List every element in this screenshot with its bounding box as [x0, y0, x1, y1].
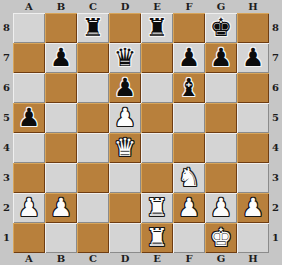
- square-b5[interactable]: [45, 103, 77, 133]
- black-pawn-b7: ♟: [50, 43, 72, 73]
- file-label-top-b: B: [45, 0, 77, 13]
- white-rook-e2: ♜: [146, 193, 168, 223]
- square-a2[interactable]: ♟: [13, 193, 45, 223]
- square-h3[interactable]: [237, 163, 269, 193]
- file-label-top-h: H: [237, 0, 269, 13]
- square-b1[interactable]: [45, 223, 77, 253]
- file-labels-bottom: ABCDEFGH: [13, 253, 269, 265]
- white-knight-f3: ♞: [178, 163, 200, 193]
- rank-label-left-1: 1: [0, 223, 13, 253]
- square-a3[interactable]: [13, 163, 45, 193]
- file-label-top-a: A: [13, 0, 45, 13]
- file-label-bottom-a: A: [13, 253, 45, 265]
- square-g7[interactable]: ♟: [205, 43, 237, 73]
- rank-label-left-7: 7: [0, 43, 13, 73]
- square-d8[interactable]: [109, 13, 141, 43]
- white-queen-d4: ♛: [114, 133, 136, 163]
- rank-label-right-5: 5: [269, 103, 282, 133]
- square-b8[interactable]: [45, 13, 77, 43]
- black-pawn-h7: ♟: [242, 43, 264, 73]
- rank-label-right-1: 1: [269, 223, 282, 253]
- square-h6[interactable]: [237, 73, 269, 103]
- square-g4[interactable]: [205, 133, 237, 163]
- square-d6[interactable]: ♟: [109, 73, 141, 103]
- white-pawn-h2: ♟: [242, 193, 264, 223]
- square-d4[interactable]: ♛: [109, 133, 141, 163]
- square-e7[interactable]: [141, 43, 173, 73]
- file-label-bottom-g: G: [205, 253, 237, 265]
- square-d7[interactable]: ♛: [109, 43, 141, 73]
- square-a5[interactable]: ♟: [13, 103, 45, 133]
- black-rook-e8: ♜: [146, 13, 168, 43]
- file-label-top-d: D: [109, 0, 141, 13]
- file-label-top-f: F: [173, 0, 205, 13]
- rank-labels-left: 87654321: [0, 13, 13, 253]
- chess-board: ♜♜♚♟♛♟♟♟♟♝♟♟♛♞♟♟♜♟♟♟♜♚: [13, 13, 269, 253]
- square-e2[interactable]: ♜: [141, 193, 173, 223]
- file-label-top-g: G: [205, 0, 237, 13]
- rank-label-left-8: 8: [0, 13, 13, 43]
- rank-label-right-4: 4: [269, 133, 282, 163]
- square-f4[interactable]: [173, 133, 205, 163]
- black-queen-d7: ♛: [114, 43, 136, 73]
- square-h1[interactable]: [237, 223, 269, 253]
- file-label-bottom-e: E: [141, 253, 173, 265]
- square-g8[interactable]: ♚: [205, 13, 237, 43]
- square-e3[interactable]: [141, 163, 173, 193]
- rank-label-left-6: 6: [0, 73, 13, 103]
- white-pawn-b2: ♟: [50, 193, 72, 223]
- square-e6[interactable]: [141, 73, 173, 103]
- square-h2[interactable]: ♟: [237, 193, 269, 223]
- black-pawn-d6: ♟: [114, 73, 136, 103]
- square-a8[interactable]: [13, 13, 45, 43]
- square-c5[interactable]: [77, 103, 109, 133]
- rank-label-right-8: 8: [269, 13, 282, 43]
- square-c8[interactable]: ♜: [77, 13, 109, 43]
- square-g1[interactable]: ♚: [205, 223, 237, 253]
- rank-label-right-7: 7: [269, 43, 282, 73]
- square-f1[interactable]: [173, 223, 205, 253]
- file-labels-top: ABCDEFGH: [13, 0, 269, 13]
- file-label-bottom-d: D: [109, 253, 141, 265]
- square-d1[interactable]: [109, 223, 141, 253]
- black-rook-c8: ♜: [82, 13, 104, 43]
- black-pawn-g7: ♟: [210, 43, 232, 73]
- square-e4[interactable]: [141, 133, 173, 163]
- square-d5[interactable]: ♟: [109, 103, 141, 133]
- square-c3[interactable]: [77, 163, 109, 193]
- file-label-bottom-b: B: [45, 253, 77, 265]
- white-pawn-a2: ♟: [18, 193, 40, 223]
- square-b7[interactable]: ♟: [45, 43, 77, 73]
- square-c6[interactable]: [77, 73, 109, 103]
- black-pawn-a5: ♟: [18, 103, 40, 133]
- black-king-g8: ♚: [210, 13, 232, 43]
- square-b3[interactable]: [45, 163, 77, 193]
- square-e5[interactable]: [141, 103, 173, 133]
- white-rook-e1: ♜: [146, 223, 168, 253]
- square-d2[interactable]: [109, 193, 141, 223]
- square-a1[interactable]: [13, 223, 45, 253]
- rank-labels-right: 87654321: [269, 13, 282, 253]
- file-label-top-e: E: [141, 0, 173, 13]
- square-a4[interactable]: [13, 133, 45, 163]
- rank-label-right-2: 2: [269, 193, 282, 223]
- rank-label-left-3: 3: [0, 163, 13, 193]
- square-f2[interactable]: ♟: [173, 193, 205, 223]
- black-pawn-f7: ♟: [178, 43, 200, 73]
- square-c2[interactable]: [77, 193, 109, 223]
- square-c7[interactable]: [77, 43, 109, 73]
- white-pawn-f2: ♟: [178, 193, 200, 223]
- square-h7[interactable]: ♟: [237, 43, 269, 73]
- square-e1[interactable]: ♜: [141, 223, 173, 253]
- chess-diagram: ABCDEFGH 87654321 ♜♜♚♟♛♟♟♟♟♝♟♟♛♞♟♟♜♟♟♟♜♚…: [0, 0, 282, 265]
- file-label-bottom-h: H: [237, 253, 269, 265]
- rank-label-right-6: 6: [269, 73, 282, 103]
- file-label-bottom-f: F: [173, 253, 205, 265]
- square-c4[interactable]: [77, 133, 109, 163]
- square-a6[interactable]: [13, 73, 45, 103]
- square-a7[interactable]: [13, 43, 45, 73]
- file-label-top-c: C: [77, 0, 109, 13]
- square-b4[interactable]: [45, 133, 77, 163]
- square-g5[interactable]: [205, 103, 237, 133]
- square-h8[interactable]: [237, 13, 269, 43]
- white-pawn-d5: ♟: [114, 103, 136, 133]
- square-d3[interactable]: [109, 163, 141, 193]
- white-pawn-g2: ♟: [210, 193, 232, 223]
- rank-label-left-5: 5: [0, 103, 13, 133]
- square-g3[interactable]: [205, 163, 237, 193]
- square-e8[interactable]: ♜: [141, 13, 173, 43]
- square-g6[interactable]: [205, 73, 237, 103]
- square-f3[interactable]: ♞: [173, 163, 205, 193]
- black-bishop-f6: ♝: [178, 73, 200, 103]
- square-c1[interactable]: [77, 223, 109, 253]
- rank-label-left-2: 2: [0, 193, 13, 223]
- square-f5[interactable]: [173, 103, 205, 133]
- square-h5[interactable]: [237, 103, 269, 133]
- square-b2[interactable]: ♟: [45, 193, 77, 223]
- white-king-g1: ♚: [210, 223, 232, 253]
- square-g2[interactable]: ♟: [205, 193, 237, 223]
- square-f6[interactable]: ♝: [173, 73, 205, 103]
- square-f7[interactable]: ♟: [173, 43, 205, 73]
- file-label-bottom-c: C: [77, 253, 109, 265]
- rank-label-left-4: 4: [0, 133, 13, 163]
- square-b6[interactable]: [45, 73, 77, 103]
- rank-label-right-3: 3: [269, 163, 282, 193]
- square-f8[interactable]: [173, 13, 205, 43]
- square-h4[interactable]: [237, 133, 269, 163]
